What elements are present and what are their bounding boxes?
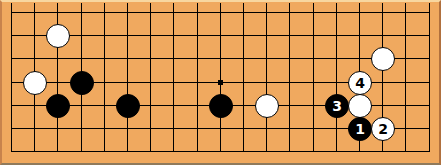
stone-black-move-1: 1 [348,117,372,141]
stone-black [116,94,140,118]
move-number-label: 3 [332,99,342,113]
stone-black [70,71,94,95]
stone-black-move-3: 3 [325,94,349,118]
hoshi-star-point [218,80,223,85]
stone-white [46,24,70,48]
grid-line-horizontal [11,12,430,13]
stone-white-move-2: 2 [371,117,395,141]
stone-white [255,94,279,118]
grid-line-horizontal [11,151,430,152]
move-number-label: 2 [378,122,388,136]
stone-white [348,94,372,118]
move-number-label: 4 [355,76,365,90]
move-number-label: 1 [355,122,365,136]
stone-black [209,94,233,118]
grid-line-horizontal [11,35,430,36]
stone-black [46,94,70,118]
go-board: 4312 [2,2,439,163]
go-board-diagram: 4312 [0,0,441,165]
stone-white [371,47,395,71]
grid-line-horizontal [11,58,430,59]
stone-white [23,71,47,95]
stone-white-move-4: 4 [348,71,372,95]
